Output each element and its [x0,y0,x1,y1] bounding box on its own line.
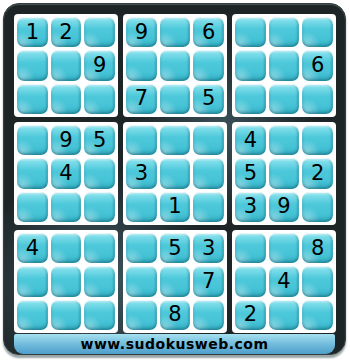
cell-r3c3[interactable] [84,84,115,114]
cell-r6c1[interactable] [17,192,48,222]
cell-r9c3[interactable] [84,300,115,330]
cell-r1c3[interactable] [84,17,115,47]
cell-r7c3[interactable] [84,233,115,263]
cell-r2c7[interactable] [235,50,266,80]
sudoku-widget: 12996756954314523945378842 www.sudokuswe… [0,0,350,360]
board-frame: 12996756954314523945378842 www.sudokuswe… [3,3,346,355]
cell-r4c4[interactable] [126,125,157,155]
sudoku-box-7: 4 [14,230,118,333]
cell-r2c1[interactable] [17,50,48,80]
cell-r2c6[interactable] [193,50,224,80]
cell-r6c7[interactable]: 3 [235,192,266,222]
cell-r1c6[interactable]: 6 [193,17,224,47]
cell-r6c5[interactable]: 1 [160,192,191,222]
cell-r7c1[interactable]: 4 [17,233,48,263]
cell-r5c3[interactable] [84,158,115,188]
cell-r9c5[interactable]: 8 [160,300,191,330]
cell-r6c2[interactable] [51,192,82,222]
cell-r8c3[interactable] [84,266,115,296]
sudoku-box-9: 842 [232,230,336,333]
cell-r1c4[interactable]: 9 [126,17,157,47]
cell-r9c4[interactable] [126,300,157,330]
cell-r2c4[interactable] [126,50,157,80]
cell-r5c5[interactable] [160,158,191,188]
sudoku-box-1: 129 [14,14,118,117]
cell-r5c9[interactable]: 2 [302,158,333,188]
cell-r4c3[interactable]: 5 [84,125,115,155]
cell-r2c5[interactable] [160,50,191,80]
cell-r8c6[interactable]: 7 [193,266,224,296]
cell-r5c8[interactable] [269,158,300,188]
cell-r4c9[interactable] [302,125,333,155]
cell-r8c1[interactable] [17,266,48,296]
cell-r3c8[interactable] [269,84,300,114]
cell-r6c9[interactable] [302,192,333,222]
cell-r8c7[interactable] [235,266,266,296]
cell-r4c2[interactable]: 9 [51,125,82,155]
cell-r1c1[interactable]: 1 [17,17,48,47]
cell-r7c8[interactable] [269,233,300,263]
cell-r6c4[interactable] [126,192,157,222]
sudoku-board: 12996756954314523945378842 [14,14,336,333]
cell-r1c7[interactable] [235,17,266,47]
cell-r4c6[interactable] [193,125,224,155]
cell-r2c9[interactable]: 6 [302,50,333,80]
cell-r5c7[interactable]: 5 [235,158,266,188]
cell-r7c7[interactable] [235,233,266,263]
sudoku-box-4: 954 [14,122,118,225]
cell-r4c1[interactable] [17,125,48,155]
cell-r9c1[interactable] [17,300,48,330]
cell-r3c5[interactable] [160,84,191,114]
cell-r9c8[interactable] [269,300,300,330]
sudoku-box-3: 6 [232,14,336,117]
cell-r9c6[interactable] [193,300,224,330]
cell-r3c6[interactable]: 5 [193,84,224,114]
sudoku-box-2: 9675 [123,14,227,117]
cell-r3c7[interactable] [235,84,266,114]
cell-r8c8[interactable]: 4 [269,266,300,296]
cell-r6c8[interactable]: 9 [269,192,300,222]
cell-r8c5[interactable] [160,266,191,296]
sudoku-box-8: 5378 [123,230,227,333]
cell-r5c4[interactable]: 3 [126,158,157,188]
cell-r8c9[interactable] [302,266,333,296]
cell-r6c6[interactable] [193,192,224,222]
cell-r9c2[interactable] [51,300,82,330]
cell-r6c3[interactable] [84,192,115,222]
cell-r7c4[interactable] [126,233,157,263]
site-link[interactable]: www.sudokusweb.com [14,334,335,354]
cell-r5c1[interactable] [17,158,48,188]
cell-r2c3[interactable]: 9 [84,50,115,80]
cell-r3c1[interactable] [17,84,48,114]
cell-r3c4[interactable]: 7 [126,84,157,114]
cell-r2c2[interactable] [51,50,82,80]
cell-r9c7[interactable]: 2 [235,300,266,330]
cell-r3c9[interactable] [302,84,333,114]
sudoku-box-5: 31 [123,122,227,225]
cell-r2c8[interactable] [269,50,300,80]
cell-r3c2[interactable] [51,84,82,114]
cell-r8c4[interactable] [126,266,157,296]
cell-r1c5[interactable] [160,17,191,47]
sudoku-box-6: 45239 [232,122,336,225]
cell-r8c2[interactable] [51,266,82,296]
cell-r4c8[interactable] [269,125,300,155]
cell-r5c6[interactable] [193,158,224,188]
cell-r7c5[interactable]: 5 [160,233,191,263]
cell-r1c9[interactable] [302,17,333,47]
cell-r7c2[interactable] [51,233,82,263]
cell-r4c7[interactable]: 4 [235,125,266,155]
cell-r1c8[interactable] [269,17,300,47]
cell-r1c2[interactable]: 2 [51,17,82,47]
cell-r4c5[interactable] [160,125,191,155]
cell-r9c9[interactable] [302,300,333,330]
cell-r7c6[interactable]: 3 [193,233,224,263]
cell-r5c2[interactable]: 4 [51,158,82,188]
cell-r7c9[interactable]: 8 [302,233,333,263]
